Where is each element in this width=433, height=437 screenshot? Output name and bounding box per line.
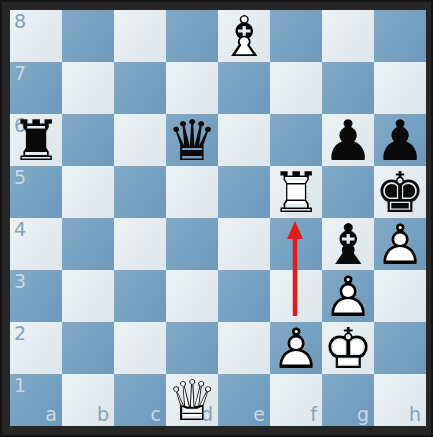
- square-b8[interactable]: [62, 10, 114, 62]
- square-b5[interactable]: [62, 166, 114, 218]
- white-king-outline-glyph: ♔: [323, 323, 373, 375]
- square-f3[interactable]: [270, 270, 322, 322]
- square-d6[interactable]: ♛: [166, 114, 218, 166]
- piece-black-king-h5[interactable]: ♚: [374, 166, 426, 218]
- square-a5[interactable]: 5: [10, 166, 62, 218]
- square-d2[interactable]: [166, 322, 218, 374]
- square-e7[interactable]: [218, 62, 270, 114]
- square-c4[interactable]: [114, 218, 166, 270]
- black-queen-glyph: ♛: [167, 115, 217, 167]
- piece-black-bishop-g4[interactable]: ♝: [322, 218, 374, 270]
- piece-white-bishop-e8[interactable]: ♝♗: [218, 10, 270, 62]
- file-label-e: e: [253, 405, 265, 424]
- square-e4[interactable]: [218, 218, 270, 270]
- white-queen-outline-glyph: ♕: [167, 375, 217, 427]
- square-a2[interactable]: 2: [10, 322, 62, 374]
- square-g1[interactable]: g: [322, 374, 374, 426]
- square-f6[interactable]: [270, 114, 322, 166]
- square-a8[interactable]: 8: [10, 10, 62, 62]
- file-label-g: g: [357, 405, 369, 424]
- square-g3[interactable]: ♟♙: [322, 270, 374, 322]
- square-g7[interactable]: [322, 62, 374, 114]
- square-f2[interactable]: ♟♙: [270, 322, 322, 374]
- square-g4[interactable]: ♝: [322, 218, 374, 270]
- square-c2[interactable]: [114, 322, 166, 374]
- square-b7[interactable]: [62, 62, 114, 114]
- piece-white-pawn-h4[interactable]: ♟♙: [374, 218, 426, 270]
- rank-label-7: 7: [14, 64, 26, 83]
- rank-label-3: 3: [14, 272, 26, 291]
- square-h6[interactable]: ♟: [374, 114, 426, 166]
- file-label-h: h: [409, 405, 421, 424]
- square-c8[interactable]: [114, 10, 166, 62]
- square-h1[interactable]: h: [374, 374, 426, 426]
- square-b3[interactable]: [62, 270, 114, 322]
- square-b1[interactable]: b: [62, 374, 114, 426]
- square-a3[interactable]: 3: [10, 270, 62, 322]
- square-c1[interactable]: c: [114, 374, 166, 426]
- square-a1[interactable]: 1a: [10, 374, 62, 426]
- square-h5[interactable]: ♚: [374, 166, 426, 218]
- square-g6[interactable]: ♟: [322, 114, 374, 166]
- square-h3[interactable]: [374, 270, 426, 322]
- square-e8[interactable]: ♝♗: [218, 10, 270, 62]
- piece-white-pawn-f2[interactable]: ♟♙: [270, 322, 322, 374]
- rank-label-2: 2: [14, 324, 26, 343]
- file-label-c: c: [151, 405, 161, 424]
- square-c5[interactable]: [114, 166, 166, 218]
- square-c6[interactable]: [114, 114, 166, 166]
- chess-app: 8♝♗76♜♛♟♟5♜♖♚4♝♟♙3♟♙2♟♙♚♔1abcd♛♕efgh: [0, 0, 433, 437]
- white-pawn-outline-glyph: ♙: [375, 219, 425, 271]
- square-g5[interactable]: [322, 166, 374, 218]
- square-h4[interactable]: ♟♙: [374, 218, 426, 270]
- square-h8[interactable]: [374, 10, 426, 62]
- piece-white-rook-f5[interactable]: ♜♖: [270, 166, 322, 218]
- square-b4[interactable]: [62, 218, 114, 270]
- black-rook-glyph: ♜: [11, 115, 61, 167]
- file-label-b: b: [97, 405, 109, 424]
- chess-board: 8♝♗76♜♛♟♟5♜♖♚4♝♟♙3♟♙2♟♙♚♔1abcd♛♕efgh: [10, 10, 426, 426]
- square-d1[interactable]: d♛♕: [166, 374, 218, 426]
- white-bishop-outline-glyph: ♗: [219, 11, 269, 63]
- square-h7[interactable]: [374, 62, 426, 114]
- square-d3[interactable]: [166, 270, 218, 322]
- square-e5[interactable]: [218, 166, 270, 218]
- file-label-f: f: [310, 405, 317, 424]
- square-a6[interactable]: 6♜: [10, 114, 62, 166]
- square-f7[interactable]: [270, 62, 322, 114]
- square-g8[interactable]: [322, 10, 374, 62]
- piece-white-queen-d1[interactable]: ♛♕: [166, 374, 218, 426]
- square-d5[interactable]: [166, 166, 218, 218]
- square-d8[interactable]: [166, 10, 218, 62]
- square-d7[interactable]: [166, 62, 218, 114]
- rank-label-4: 4: [14, 220, 26, 239]
- piece-black-rook-a6[interactable]: ♜: [10, 114, 62, 166]
- white-pawn-outline-glyph: ♙: [271, 323, 321, 375]
- file-label-a: a: [45, 405, 57, 424]
- square-e6[interactable]: [218, 114, 270, 166]
- square-d4[interactable]: [166, 218, 218, 270]
- square-g2[interactable]: ♚♔: [322, 322, 374, 374]
- square-f1[interactable]: f: [270, 374, 322, 426]
- black-pawn-glyph: ♟: [323, 115, 373, 167]
- piece-black-pawn-h6[interactable]: ♟: [374, 114, 426, 166]
- square-h2[interactable]: [374, 322, 426, 374]
- rank-label-5: 5: [14, 168, 26, 187]
- piece-white-pawn-g3[interactable]: ♟♙: [322, 270, 374, 322]
- square-e3[interactable]: [218, 270, 270, 322]
- piece-black-queen-d6[interactable]: ♛: [166, 114, 218, 166]
- square-c7[interactable]: [114, 62, 166, 114]
- square-c3[interactable]: [114, 270, 166, 322]
- rank-label-8: 8: [14, 12, 26, 31]
- square-f5[interactable]: ♜♖: [270, 166, 322, 218]
- square-e2[interactable]: [218, 322, 270, 374]
- white-rook-outline-glyph: ♖: [271, 167, 321, 219]
- square-f8[interactable]: [270, 10, 322, 62]
- square-f4[interactable]: [270, 218, 322, 270]
- square-b6[interactable]: [62, 114, 114, 166]
- square-a7[interactable]: 7: [10, 62, 62, 114]
- square-e1[interactable]: e: [218, 374, 270, 426]
- piece-black-pawn-g6[interactable]: ♟: [322, 114, 374, 166]
- square-a4[interactable]: 4: [10, 218, 62, 270]
- rank-label-1: 1: [14, 376, 26, 395]
- square-b2[interactable]: [62, 322, 114, 374]
- piece-white-king-g2[interactable]: ♚♔: [322, 322, 374, 374]
